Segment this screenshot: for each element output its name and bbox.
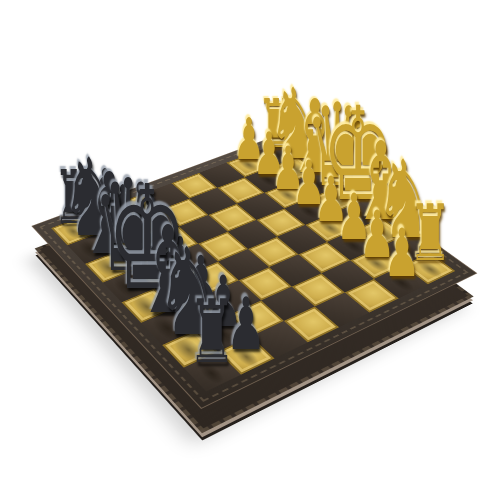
pawn-glyph: ♟: [383, 219, 420, 285]
rook-glyph: ♜: [188, 289, 236, 376]
piece-black-rook-h8[interactable]: ♜: [173, 289, 251, 376]
piece-white-pawn-h2[interactable]: ♟: [372, 219, 432, 285]
product-photo-scene: ♜♞♝♛♚♝♞♜♟♟♟♟♟♟♟♟♟♟♟♟♟♟♟♟♜♞♝♛♚♝♞♜: [0, 0, 500, 500]
